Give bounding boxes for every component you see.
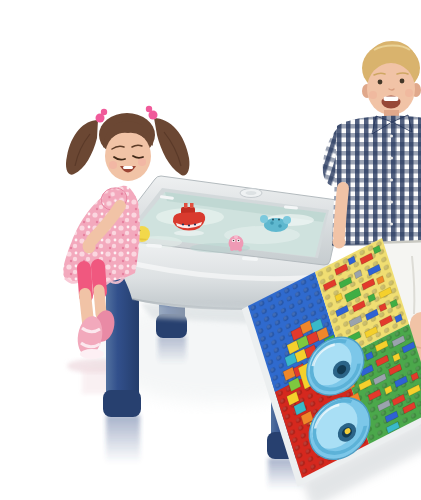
girl-legs [84,266,101,322]
product-photo [40,16,421,500]
girl-face [105,131,151,181]
